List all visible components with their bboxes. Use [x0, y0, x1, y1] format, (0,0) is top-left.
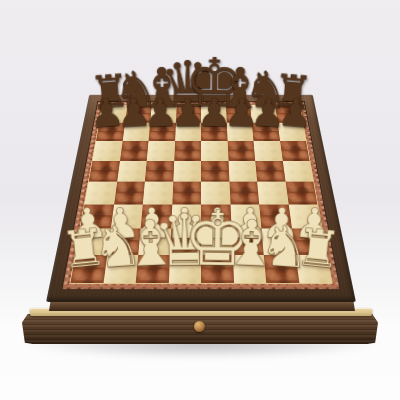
square-h3[interactable] — [288, 204, 321, 228]
square-d4[interactable] — [172, 182, 201, 205]
square-a8[interactable] — [99, 105, 127, 122]
square-d5[interactable] — [173, 161, 201, 182]
square-d8[interactable] — [176, 105, 201, 122]
square-b2[interactable] — [107, 228, 141, 254]
square-c2[interactable] — [138, 228, 171, 254]
square-h1[interactable] — [295, 255, 331, 283]
square-e3[interactable] — [201, 204, 231, 228]
square-b7[interactable] — [122, 122, 150, 140]
square-g3[interactable] — [259, 204, 291, 228]
square-f2[interactable] — [231, 228, 264, 254]
square-h7[interactable] — [277, 122, 306, 140]
square-c8[interactable] — [150, 105, 176, 122]
square-e4[interactable] — [201, 182, 230, 205]
square-f7[interactable] — [226, 122, 253, 140]
board-grid — [69, 105, 332, 284]
square-g8[interactable] — [250, 105, 277, 122]
square-c6[interactable] — [147, 141, 175, 161]
square-g4[interactable] — [257, 182, 288, 205]
square-b1[interactable] — [103, 255, 138, 283]
square-d1[interactable] — [168, 255, 201, 283]
drawer-knob[interactable] — [194, 321, 205, 332]
square-f5[interactable] — [228, 161, 257, 182]
square-c7[interactable] — [149, 122, 176, 140]
square-f3[interactable] — [230, 204, 261, 228]
square-a4[interactable] — [85, 182, 117, 205]
square-d6[interactable] — [174, 141, 201, 161]
square-e7[interactable] — [201, 122, 227, 140]
square-c4[interactable] — [143, 182, 173, 205]
square-b8[interactable] — [125, 105, 152, 122]
square-c5[interactable] — [145, 161, 174, 182]
square-g6[interactable] — [253, 141, 282, 161]
square-d7[interactable] — [175, 122, 201, 140]
square-a5[interactable] — [89, 161, 120, 182]
square-f1[interactable] — [232, 255, 266, 283]
square-g1[interactable] — [264, 255, 299, 283]
square-g2[interactable] — [261, 228, 295, 254]
square-f6[interactable] — [227, 141, 255, 161]
square-a6[interactable] — [93, 141, 123, 161]
square-h8[interactable] — [275, 105, 303, 122]
square-b3[interactable] — [110, 204, 142, 228]
square-h4[interactable] — [285, 182, 317, 205]
square-a3[interactable] — [80, 204, 113, 228]
square-f4[interactable] — [229, 182, 259, 205]
scene: ♜♞♝♛♚♝♞♜♟♟♟♟♟♟♟♟♟♟♟♟♟♟♟♟♜♞♝♛♚♝♞♜ — [0, 0, 400, 400]
square-d3[interactable] — [171, 204, 201, 228]
square-c3[interactable] — [141, 204, 172, 228]
board-decorative-border — [62, 102, 339, 290]
square-a2[interactable] — [76, 228, 111, 254]
square-h6[interactable] — [280, 141, 310, 161]
square-c1[interactable] — [136, 255, 170, 283]
square-b4[interactable] — [114, 182, 145, 205]
square-h2[interactable] — [292, 228, 327, 254]
square-h5[interactable] — [282, 161, 313, 182]
square-f8[interactable] — [226, 105, 252, 122]
square-e1[interactable] — [201, 255, 234, 283]
square-a1[interactable] — [70, 255, 106, 283]
square-g7[interactable] — [252, 122, 280, 140]
square-e8[interactable] — [201, 105, 226, 122]
square-b6[interactable] — [120, 141, 149, 161]
square-g5[interactable] — [255, 161, 285, 182]
square-a7[interactable] — [96, 122, 125, 140]
square-e5[interactable] — [201, 161, 229, 182]
square-e6[interactable] — [201, 141, 228, 161]
square-d2[interactable] — [170, 228, 201, 254]
square-e2[interactable] — [201, 228, 232, 254]
chess-board — [46, 95, 356, 302]
square-b5[interactable] — [117, 161, 147, 182]
